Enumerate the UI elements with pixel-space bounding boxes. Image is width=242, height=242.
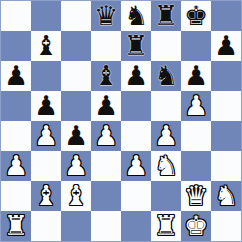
square-g3[interactable] <box>181 151 211 181</box>
square-g8[interactable]: ♚ <box>181 1 211 31</box>
square-e6[interactable]: ♟ <box>121 61 151 91</box>
square-g2[interactable]: ♛ <box>181 181 211 211</box>
square-f2[interactable] <box>151 181 181 211</box>
square-g6[interactable]: ♟ <box>181 61 211 91</box>
black-knight-icon[interactable]: ♞ <box>124 2 148 29</box>
square-b1[interactable] <box>31 211 61 241</box>
square-f7[interactable] <box>151 31 181 61</box>
square-b2[interactable]: ♝ <box>31 181 61 211</box>
black-rook-icon[interactable]: ♜ <box>154 2 178 29</box>
square-d8[interactable]: ♛ <box>91 1 121 31</box>
black-knight-icon[interactable]: ♞ <box>154 62 178 89</box>
white-pawn-icon[interactable]: ♟ <box>184 92 208 119</box>
square-a8[interactable] <box>1 1 31 31</box>
chess-board-grid: ♛♞♜♚♝♜♟♟♝♟♞♟♟♟♟♟♟♟♟♟♟♟♞♝♝♛♞♜♜♚ <box>1 1 241 241</box>
square-f6[interactable]: ♞ <box>151 61 181 91</box>
square-e5[interactable] <box>121 91 151 121</box>
square-e8[interactable]: ♞ <box>121 1 151 31</box>
square-b8[interactable] <box>31 1 61 31</box>
black-rook-icon[interactable]: ♜ <box>124 32 148 59</box>
square-c7[interactable] <box>61 31 91 61</box>
black-pawn-icon[interactable]: ♟ <box>184 62 208 89</box>
white-pawn-icon[interactable]: ♟ <box>94 122 118 149</box>
square-f5[interactable] <box>151 91 181 121</box>
square-a4[interactable] <box>1 121 31 151</box>
square-d7[interactable] <box>91 31 121 61</box>
square-c6[interactable] <box>61 61 91 91</box>
square-d3[interactable] <box>91 151 121 181</box>
square-c5[interactable] <box>61 91 91 121</box>
black-pawn-icon[interactable]: ♟ <box>214 32 238 59</box>
square-h2[interactable]: ♞ <box>211 181 241 211</box>
square-e2[interactable] <box>121 181 151 211</box>
black-pawn-icon[interactable]: ♟ <box>124 62 148 89</box>
square-a3[interactable]: ♟ <box>1 151 31 181</box>
square-d2[interactable] <box>91 181 121 211</box>
square-f3[interactable]: ♞ <box>151 151 181 181</box>
square-d4[interactable]: ♟ <box>91 121 121 151</box>
black-pawn-icon[interactable]: ♟ <box>34 92 58 119</box>
white-pawn-icon[interactable]: ♟ <box>64 152 88 179</box>
black-king-icon[interactable]: ♚ <box>184 2 208 29</box>
black-bishop-icon[interactable]: ♝ <box>34 32 58 59</box>
white-pawn-icon[interactable]: ♟ <box>4 152 28 179</box>
white-bishop-icon[interactable]: ♝ <box>64 182 88 209</box>
white-knight-icon[interactable]: ♞ <box>154 152 178 179</box>
square-g5[interactable]: ♟ <box>181 91 211 121</box>
chess-board: ♛♞♜♚♝♜♟♟♝♟♞♟♟♟♟♟♟♟♟♟♟♟♞♝♝♛♞♜♜♚ <box>0 0 242 242</box>
square-h8[interactable] <box>211 1 241 31</box>
square-b4[interactable]: ♟ <box>31 121 61 151</box>
white-rook-icon[interactable]: ♜ <box>4 212 28 239</box>
square-a2[interactable] <box>1 181 31 211</box>
black-pawn-icon[interactable]: ♟ <box>4 62 28 89</box>
square-d5[interactable]: ♟ <box>91 91 121 121</box>
square-a7[interactable] <box>1 31 31 61</box>
square-d6[interactable]: ♝ <box>91 61 121 91</box>
square-g4[interactable] <box>181 121 211 151</box>
white-knight-icon[interactable]: ♞ <box>214 182 238 209</box>
square-c3[interactable]: ♟ <box>61 151 91 181</box>
white-bishop-icon[interactable]: ♝ <box>34 182 58 209</box>
square-f4[interactable]: ♟ <box>151 121 181 151</box>
white-queen-icon[interactable]: ♛ <box>184 182 208 209</box>
square-c2[interactable]: ♝ <box>61 181 91 211</box>
square-e4[interactable] <box>121 121 151 151</box>
black-queen-icon[interactable]: ♛ <box>94 2 118 29</box>
square-h5[interactable] <box>211 91 241 121</box>
square-e3[interactable]: ♟ <box>121 151 151 181</box>
square-f8[interactable]: ♜ <box>151 1 181 31</box>
white-pawn-icon[interactable]: ♟ <box>34 122 58 149</box>
square-c4[interactable]: ♟ <box>61 121 91 151</box>
square-b6[interactable] <box>31 61 61 91</box>
square-c1[interactable] <box>61 211 91 241</box>
square-c8[interactable] <box>61 1 91 31</box>
square-g7[interactable] <box>181 31 211 61</box>
white-pawn-icon[interactable]: ♟ <box>154 122 178 149</box>
square-d1[interactable] <box>91 211 121 241</box>
white-rook-icon[interactable]: ♜ <box>154 212 178 239</box>
square-b7[interactable]: ♝ <box>31 31 61 61</box>
square-h3[interactable] <box>211 151 241 181</box>
square-b5[interactable]: ♟ <box>31 91 61 121</box>
white-king-icon[interactable]: ♚ <box>184 212 208 239</box>
square-h4[interactable] <box>211 121 241 151</box>
square-h7[interactable]: ♟ <box>211 31 241 61</box>
square-a5[interactable] <box>1 91 31 121</box>
square-g1[interactable]: ♚ <box>181 211 211 241</box>
square-e1[interactable] <box>121 211 151 241</box>
square-b3[interactable] <box>31 151 61 181</box>
white-pawn-icon[interactable]: ♟ <box>124 152 148 179</box>
black-bishop-icon[interactable]: ♝ <box>94 62 118 89</box>
black-pawn-icon[interactable]: ♟ <box>94 92 118 119</box>
square-h1[interactable] <box>211 211 241 241</box>
black-pawn-icon[interactable]: ♟ <box>64 122 88 149</box>
square-a6[interactable]: ♟ <box>1 61 31 91</box>
square-e7[interactable]: ♜ <box>121 31 151 61</box>
square-h6[interactable] <box>211 61 241 91</box>
square-a1[interactable]: ♜ <box>1 211 31 241</box>
square-f1[interactable]: ♜ <box>151 211 181 241</box>
